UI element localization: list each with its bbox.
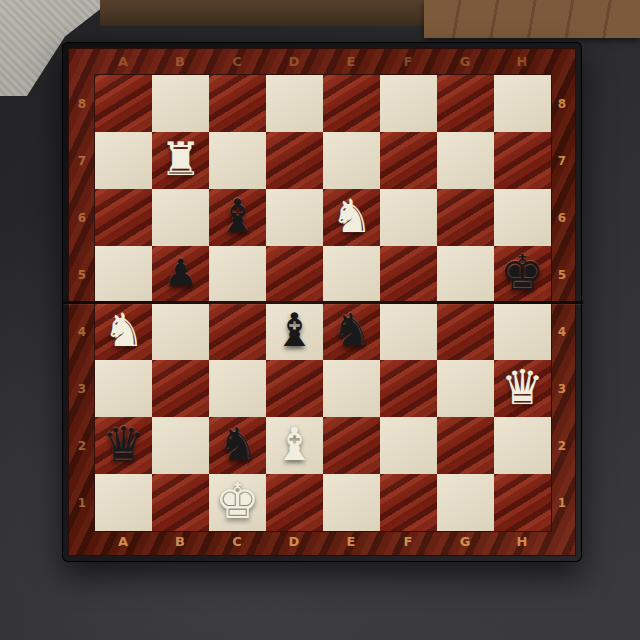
square-e6[interactable]: ♞ [323,189,380,246]
file-labels-top: ABCDEFGH [95,52,551,72]
square-g6[interactable] [437,189,494,246]
rank-label-left-7: 7 [72,132,92,189]
square-h6[interactable] [494,189,551,246]
file-label-top-c: C [209,52,266,72]
square-h7[interactable] [494,132,551,189]
square-f6[interactable] [380,189,437,246]
white-knight-e6[interactable]: ♞ [331,193,372,239]
square-d1[interactable] [266,474,323,531]
black-bishop-d4[interactable]: ♝ [274,307,315,353]
square-e7[interactable] [323,132,380,189]
square-g3[interactable] [437,360,494,417]
square-f8[interactable] [380,75,437,132]
square-b5[interactable]: ♟ [152,246,209,303]
square-d8[interactable] [266,75,323,132]
square-f1[interactable] [380,474,437,531]
file-labels-bottom: ABCDEFGH [95,532,551,552]
white-knight-a4[interactable]: ♞ [103,307,144,353]
square-d7[interactable] [266,132,323,189]
wood-floor [424,0,640,38]
square-h1[interactable] [494,474,551,531]
square-c2[interactable]: ♞ [209,417,266,474]
square-b1[interactable] [152,474,209,531]
square-f4[interactable] [380,303,437,360]
square-d4[interactable]: ♝ [266,303,323,360]
black-queen-a2[interactable]: ♛ [102,420,145,468]
file-label-h: H [494,532,551,552]
square-f2[interactable] [380,417,437,474]
square-g8[interactable] [437,75,494,132]
rank-label-right-2: 2 [552,417,572,474]
white-queen-h3[interactable]: ♛ [501,363,544,411]
board-border: ABCDEFGH ABCDEFGH 87654321 87654321 ♜♝♞♟… [68,48,576,556]
square-c3[interactable] [209,360,266,417]
white-bishop-d2[interactable]: ♝ [274,421,315,467]
square-b3[interactable] [152,360,209,417]
board-fold-seam [63,301,583,304]
square-c1[interactable]: ♚ [209,474,266,531]
chess-board: ♜♝♞♟♚♞♝♞♛♛♞♝♚ [95,75,551,531]
square-c4[interactable] [209,303,266,360]
file-label-c: C [209,532,266,552]
square-e4[interactable]: ♞ [323,303,380,360]
square-b6[interactable] [152,189,209,246]
square-f7[interactable] [380,132,437,189]
file-label-top-g: G [437,52,494,72]
black-pawn-b5[interactable]: ♟ [163,254,197,292]
square-a3[interactable] [95,360,152,417]
black-knight-c2[interactable]: ♞ [217,421,258,467]
square-d2[interactable]: ♝ [266,417,323,474]
rank-label-right-6: 6 [552,189,572,246]
square-h4[interactable] [494,303,551,360]
file-label-g: G [437,532,494,552]
rank-label-left-8: 8 [72,75,92,132]
rank-label-left-3: 3 [72,360,92,417]
square-g1[interactable] [437,474,494,531]
furniture-edge [100,0,430,26]
file-label-top-e: E [323,52,380,72]
rank-label-left-2: 2 [72,417,92,474]
black-king-h5[interactable]: ♚ [500,248,545,298]
file-label-d: D [266,532,323,552]
square-f5[interactable] [380,246,437,303]
square-a1[interactable] [95,474,152,531]
square-a7[interactable] [95,132,152,189]
file-label-top-d: D [266,52,323,72]
white-king-c1[interactable]: ♚ [215,476,260,526]
square-h5[interactable]: ♚ [494,246,551,303]
square-h8[interactable] [494,75,551,132]
square-a4[interactable]: ♞ [95,303,152,360]
square-c7[interactable] [209,132,266,189]
file-label-e: E [323,532,380,552]
rank-label-left-1: 1 [72,474,92,531]
square-b8[interactable] [152,75,209,132]
white-rook-b7[interactable]: ♜ [160,136,201,182]
rank-label-left-6: 6 [72,189,92,246]
file-label-top-a: A [95,52,152,72]
file-label-top-f: F [380,52,437,72]
square-e8[interactable] [323,75,380,132]
square-b7[interactable]: ♜ [152,132,209,189]
square-g7[interactable] [437,132,494,189]
square-a5[interactable] [95,246,152,303]
square-c8[interactable] [209,75,266,132]
square-f3[interactable] [380,360,437,417]
rank-label-right-1: 1 [552,474,572,531]
square-e1[interactable] [323,474,380,531]
square-a2[interactable]: ♛ [95,417,152,474]
square-h2[interactable] [494,417,551,474]
rank-label-right-3: 3 [552,360,572,417]
file-label-b: B [152,532,209,552]
rank-label-left-5: 5 [72,246,92,303]
square-g2[interactable] [437,417,494,474]
square-b2[interactable] [152,417,209,474]
rank-label-right-5: 5 [552,246,572,303]
square-h3[interactable]: ♛ [494,360,551,417]
black-bishop-c6[interactable]: ♝ [217,193,258,239]
square-b4[interactable] [152,303,209,360]
file-label-f: F [380,532,437,552]
square-e2[interactable] [323,417,380,474]
rank-label-right-7: 7 [552,132,572,189]
square-d6[interactable] [266,189,323,246]
square-c5[interactable] [209,246,266,303]
rank-label-right-4: 4 [552,303,572,360]
file-label-a: A [95,532,152,552]
square-a6[interactable] [95,189,152,246]
square-e3[interactable] [323,360,380,417]
rank-label-left-4: 4 [72,303,92,360]
square-d3[interactable] [266,360,323,417]
chess-board-case: ABCDEFGH ABCDEFGH 87654321 87654321 ♜♝♞♟… [62,42,582,562]
rank-label-right-8: 8 [552,75,572,132]
square-g5[interactable] [437,246,494,303]
black-knight-e4[interactable]: ♞ [331,307,372,353]
file-label-top-b: B [152,52,209,72]
square-e5[interactable] [323,246,380,303]
square-c6[interactable]: ♝ [209,189,266,246]
square-g4[interactable] [437,303,494,360]
file-label-top-h: H [494,52,551,72]
square-a8[interactable] [95,75,152,132]
square-d5[interactable] [266,246,323,303]
